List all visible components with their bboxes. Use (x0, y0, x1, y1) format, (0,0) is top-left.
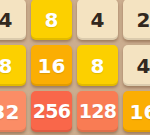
tile-4: 4 (123, 45, 150, 86)
tile-256: 256 (31, 91, 72, 132)
tile-16: 16 (123, 91, 150, 132)
tile-8: 8 (0, 45, 26, 86)
tile-32: 32 (0, 91, 26, 132)
tile-8: 8 (31, 0, 72, 40)
tile-8: 8 (77, 45, 118, 86)
board-grid[interactable]: 4842816843225612816 (0, 0, 150, 132)
tile-2: 2 (123, 0, 150, 40)
tile-4: 4 (0, 0, 26, 40)
tile-128: 128 (77, 91, 118, 132)
game-2048-viewport: 4842816843225612816 (0, 0, 150, 135)
tile-4: 4 (77, 0, 118, 40)
tile-16: 16 (31, 45, 72, 86)
